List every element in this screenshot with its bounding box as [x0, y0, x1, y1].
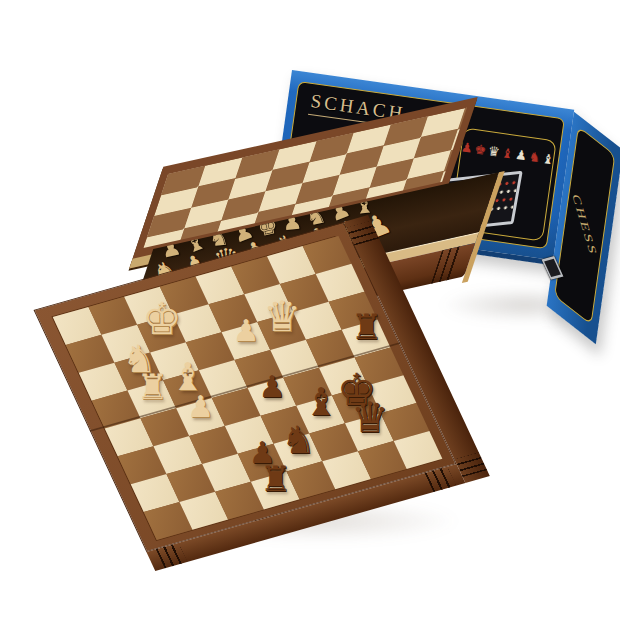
white-pawn-e6: ♟: [233, 316, 260, 346]
box-side-title: CHESS: [569, 194, 601, 257]
inset-knight: ♞: [528, 150, 541, 164]
black-knight-e2: ♞: [281, 421, 315, 459]
inset-pawn: ♟: [514, 148, 527, 162]
white-king-c7: ♚: [142, 297, 181, 341]
inset-bishop: ♝: [501, 146, 514, 160]
inset-queen: ♛: [487, 144, 500, 158]
inset-bishop: ♝: [541, 152, 554, 166]
black-rook-h5: ♜: [351, 310, 382, 345]
product-photo-stage: SCHACH ♟♚♛♝♟♞♝ CHESS: [0, 0, 620, 620]
chessboard: ♚♞♟♛♜♝♜♟♟♝♚♟♞♛♜: [34, 222, 457, 552]
black-bishop-f3: ♝: [304, 383, 338, 421]
white-rook-b5: ♜: [136, 370, 167, 405]
black-rook-d1: ♜: [260, 462, 291, 497]
white-pawn-c4: ♟: [187, 392, 214, 422]
white-queen-f6: ♛: [263, 296, 301, 338]
black-pawn-e4: ♟: [259, 372, 286, 402]
black-queen-g2: ♛: [351, 397, 389, 439]
